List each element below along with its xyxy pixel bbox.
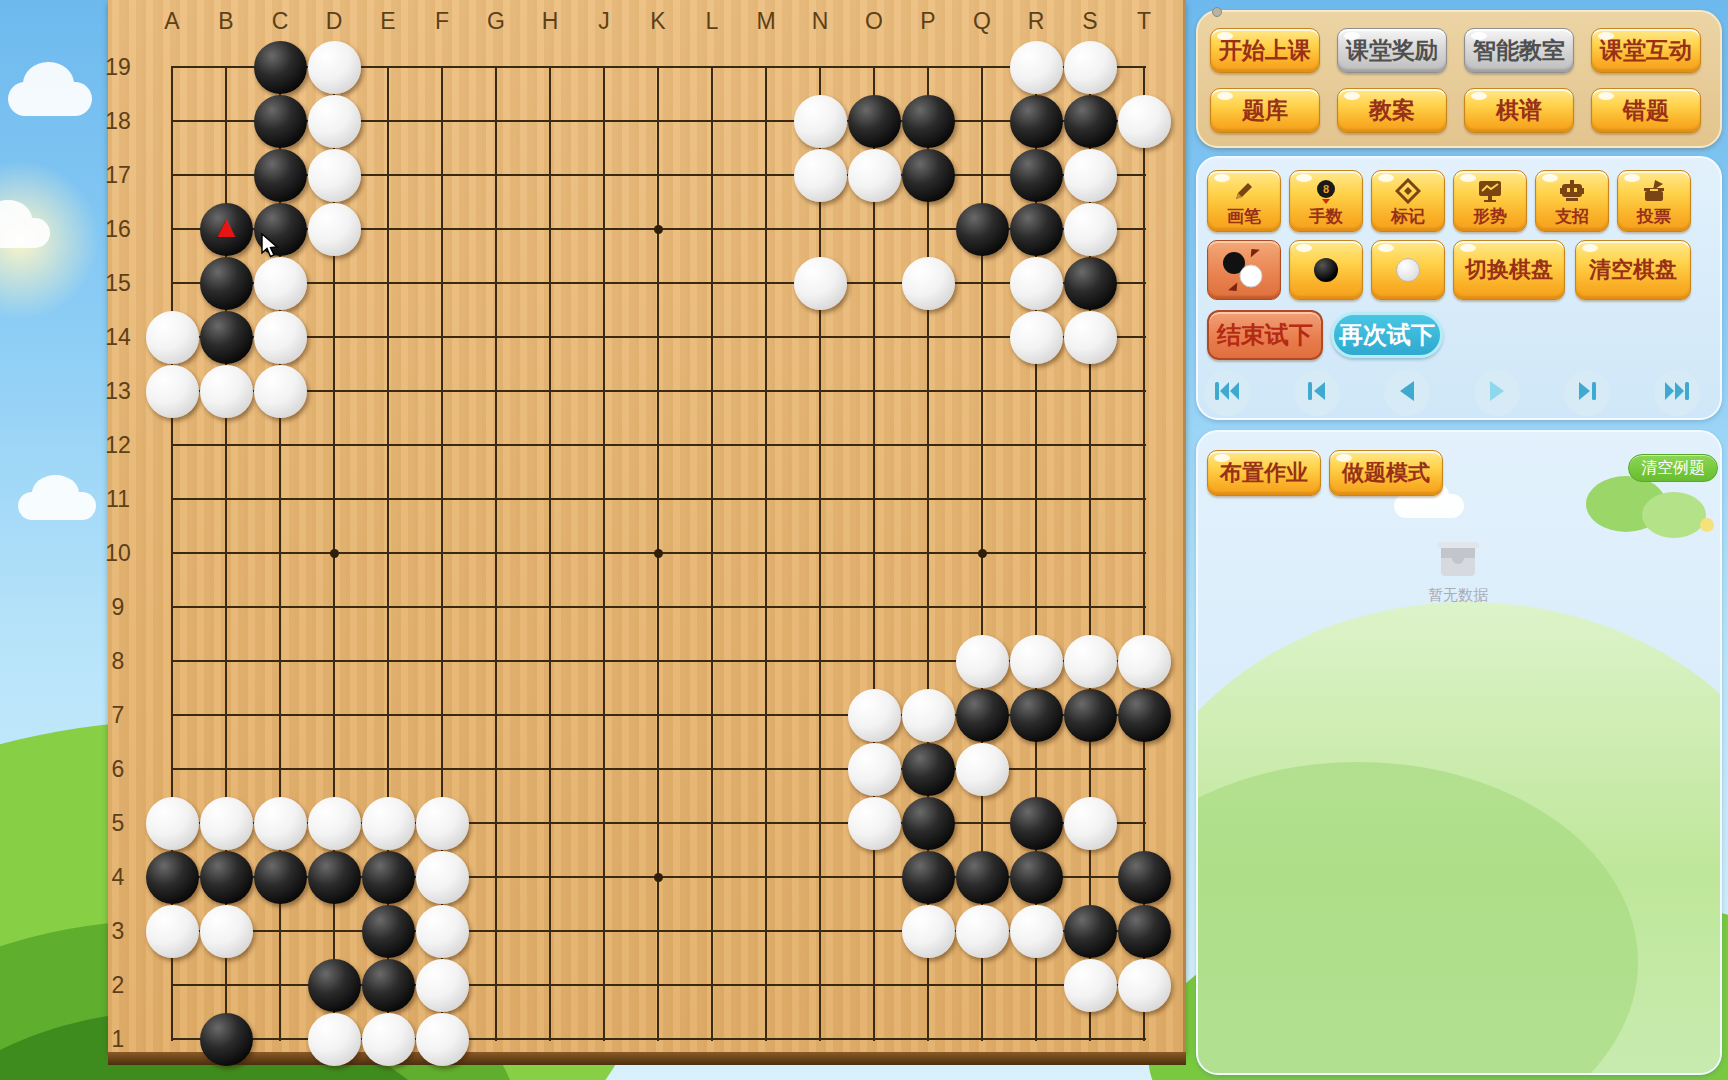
switch-board-button[interactable]: 切换棋盘 [1453, 240, 1565, 300]
skip-to-start-icon [1214, 380, 1240, 406]
white-stone-O5[interactable] [848, 797, 901, 850]
homework-card: 布置作业 做题模式 清空例题 暂无数据 [1196, 430, 1722, 1075]
empty-state: 暂无数据 [1408, 540, 1508, 605]
white-stone-B3[interactable] [200, 905, 253, 958]
black-stone-B4[interactable] [200, 851, 253, 904]
row-label-11: 11 [96, 486, 140, 513]
white-stone-F3[interactable] [416, 905, 469, 958]
move-number-icon: 8 [1313, 178, 1339, 204]
black-stone-E3[interactable] [362, 905, 415, 958]
tool-label: 支招 [1555, 205, 1589, 228]
star-point-K16 [654, 225, 663, 234]
column-label-R: R [1009, 8, 1063, 35]
tool-button-5[interactable]: 支招 [1535, 170, 1609, 232]
row-label-14: 14 [96, 324, 140, 351]
white-stone-N18[interactable] [794, 95, 847, 148]
vote-ballot-icon [1641, 178, 1667, 204]
white-stone-Q8[interactable] [956, 635, 1009, 688]
black-stone-C17[interactable] [254, 149, 307, 202]
black-stone-B16[interactable]: ▲ [200, 203, 253, 256]
white-stone-N15[interactable] [794, 257, 847, 310]
skip-to-end-icon [1664, 380, 1690, 406]
star-point-K10 [654, 549, 663, 558]
white-stone-D5[interactable] [308, 797, 361, 850]
column-label-K: K [631, 8, 685, 35]
column-label-C: C [253, 8, 307, 35]
svg-text:8: 8 [1323, 183, 1329, 195]
star-point-K4 [654, 873, 663, 882]
alternate-stones-icon [1218, 246, 1270, 294]
white-stone-B13[interactable] [200, 365, 253, 418]
white-stone-D1[interactable] [308, 1013, 361, 1066]
assign-homework-button[interactable]: 布置作业 [1207, 450, 1321, 496]
diamond-mark-icon [1395, 178, 1421, 204]
white-stone-C5[interactable] [254, 797, 307, 850]
white-stone-O17[interactable] [848, 149, 901, 202]
black-stone-P4[interactable] [902, 851, 955, 904]
column-label-O: O [847, 8, 901, 35]
black-stone-R17[interactable] [1010, 149, 1063, 202]
white-stone-icon [1396, 258, 1420, 282]
top-button-6[interactable]: 教案 [1337, 88, 1447, 133]
mouse-cursor [258, 233, 282, 259]
column-label-L: L [685, 8, 739, 35]
black-stone-S15[interactable] [1064, 257, 1117, 310]
cloud [0, 218, 50, 248]
black-stone-A4[interactable] [146, 851, 199, 904]
black-stone-E2[interactable] [362, 959, 415, 1012]
retry-trial-button[interactable]: 再次试下 [1331, 312, 1443, 358]
territory-chart-icon [1477, 178, 1503, 204]
row-label-2: 2 [96, 972, 140, 999]
play-forward-icon [1488, 380, 1506, 406]
white-stone-A13[interactable] [146, 365, 199, 418]
row-label-3: 3 [96, 918, 140, 945]
column-label-T: T [1117, 8, 1171, 35]
column-label-H: H [523, 8, 577, 35]
row-label-13: 13 [96, 378, 140, 405]
board-edge [108, 1052, 1186, 1065]
column-label-Q: Q [955, 8, 1009, 35]
black-stone-B14[interactable] [200, 311, 253, 364]
step-forward-button[interactable] [1564, 370, 1610, 416]
white-stone-D18[interactable] [308, 95, 361, 148]
cloud [8, 82, 92, 116]
row-label-18: 18 [96, 108, 140, 135]
stone-grid[interactable]: ▲ [145, 40, 1171, 1066]
white-stone-S19[interactable] [1064, 41, 1117, 94]
white-stone-P3[interactable] [902, 905, 955, 958]
empty-box-icon [1435, 540, 1481, 580]
white-stone-R14[interactable] [1010, 311, 1063, 364]
white-stone-D17[interactable] [308, 149, 361, 202]
tool-label: 投票 [1637, 205, 1671, 228]
white-stone-F1[interactable] [416, 1013, 469, 1066]
black-stone-R16[interactable] [1010, 203, 1063, 256]
tool-label: 标记 [1391, 205, 1425, 228]
bush [1642, 492, 1706, 538]
white-stone-O6[interactable] [848, 743, 901, 796]
column-label-D: D [307, 8, 361, 35]
white-stone-F2[interactable] [416, 959, 469, 1012]
black-stone-C4[interactable] [254, 851, 307, 904]
black-stone-B15[interactable] [200, 257, 253, 310]
board-tools-card: 画笔8手数标记形势支招投票 切换棋盘 清空棋盘 结束试下 再次试下 [1196, 156, 1722, 420]
black-stone-Q7[interactable] [956, 689, 1009, 742]
white-stone-C14[interactable] [254, 311, 307, 364]
top-button-4[interactable]: 课堂互动 [1591, 28, 1701, 73]
black-stone-D4[interactable] [308, 851, 361, 904]
white-stone-T8[interactable] [1118, 635, 1171, 688]
empty-text: 暂无数据 [1428, 586, 1488, 605]
column-label-M: M [739, 8, 793, 35]
black-stone-T3[interactable] [1118, 905, 1171, 958]
white-stone-C13[interactable] [254, 365, 307, 418]
cloud [18, 492, 96, 520]
white-stone-mode-button[interactable] [1371, 240, 1445, 300]
black-stone-icon [1314, 258, 1338, 282]
skip-to-end-button[interactable] [1654, 370, 1700, 416]
black-stone-O18[interactable] [848, 95, 901, 148]
tool-button-2[interactable]: 8手数 [1289, 170, 1363, 232]
white-stone-Q3[interactable] [956, 905, 1009, 958]
column-label-A: A [145, 8, 199, 35]
white-stone-S14[interactable] [1064, 311, 1117, 364]
white-stone-S2[interactable] [1064, 959, 1117, 1012]
white-stone-E5[interactable] [362, 797, 415, 850]
white-stone-C15[interactable] [254, 257, 307, 310]
black-stone-R4[interactable] [1010, 851, 1063, 904]
white-stone-S8[interactable] [1064, 635, 1117, 688]
column-label-F: F [415, 8, 469, 35]
column-label-N: N [793, 8, 847, 35]
tool-button-1[interactable]: 画笔 [1207, 170, 1281, 232]
row-label-7: 7 [96, 702, 140, 729]
black-stone-P6[interactable] [902, 743, 955, 796]
column-label-J: J [577, 8, 631, 35]
white-stone-A14[interactable] [146, 311, 199, 364]
skip-to-start-button[interactable] [1204, 370, 1250, 416]
black-stone-Q16[interactable] [956, 203, 1009, 256]
row-label-12: 12 [96, 432, 140, 459]
step-back-button[interactable] [1294, 370, 1340, 416]
white-stone-E1[interactable] [362, 1013, 415, 1066]
step-forward-icon [1577, 380, 1597, 406]
column-label-S: S [1063, 8, 1117, 35]
clear-board-button[interactable]: 清空棋盘 [1575, 240, 1691, 300]
tool-label: 形势 [1473, 205, 1507, 228]
white-stone-R3[interactable] [1010, 905, 1063, 958]
black-stone-S18[interactable] [1064, 95, 1117, 148]
black-stone-R5[interactable] [1010, 797, 1063, 850]
top-button-5[interactable]: 题库 [1210, 88, 1320, 133]
white-stone-D16[interactable] [308, 203, 361, 256]
black-stone-T7[interactable] [1118, 689, 1171, 742]
white-stone-F5[interactable] [416, 797, 469, 850]
column-label-E: E [361, 8, 415, 35]
black-stone-C19[interactable] [254, 41, 307, 94]
star-point-D10 [330, 549, 339, 558]
white-stone-N17[interactable] [794, 149, 847, 202]
black-stone-P18[interactable] [902, 95, 955, 148]
white-stone-Q6[interactable] [956, 743, 1009, 796]
top-button-2[interactable]: 课堂奖励 [1337, 28, 1447, 73]
top-button-8[interactable]: 错题 [1591, 88, 1701, 133]
black-stone-B1[interactable] [200, 1013, 253, 1066]
row-label-10: 10 [96, 540, 140, 567]
white-stone-A3[interactable] [146, 905, 199, 958]
clear-examples-button[interactable]: 清空例题 [1628, 454, 1718, 482]
black-stone-mode-button[interactable] [1289, 240, 1363, 300]
row-label-15: 15 [96, 270, 140, 297]
column-label-P: P [901, 8, 955, 35]
row-label-5: 5 [96, 810, 140, 837]
play-backward-icon [1398, 380, 1416, 406]
row-label-4: 4 [96, 864, 140, 891]
quiz-mode-button[interactable]: 做题模式 [1329, 450, 1443, 496]
row-label-1: 1 [96, 1026, 140, 1053]
white-stone-R19[interactable] [1010, 41, 1063, 94]
white-stone-B5[interactable] [200, 797, 253, 850]
row-label-9: 9 [96, 594, 140, 621]
white-stone-O7[interactable] [848, 689, 901, 742]
row-label-8: 8 [96, 648, 140, 675]
white-stone-R8[interactable] [1010, 635, 1063, 688]
cloud [1394, 494, 1464, 518]
top-button-1[interactable]: 开始上课 [1210, 28, 1320, 73]
step-back-icon [1307, 380, 1327, 406]
tool-button-4[interactable]: 形势 [1453, 170, 1527, 232]
column-label-B: B [199, 8, 253, 35]
column-labels: ABCDEFGHJKLMNOPQRST [145, 8, 1171, 35]
go-board[interactable]: ABCDEFGHJKLMNOPQRST 19181716151413121110… [108, 0, 1186, 1052]
white-stone-P7[interactable] [902, 689, 955, 742]
white-stone-R15[interactable] [1010, 257, 1063, 310]
play-forward-button[interactable] [1474, 370, 1520, 416]
white-stone-T2[interactable] [1118, 959, 1171, 1012]
white-stone-T18[interactable] [1118, 95, 1171, 148]
bush-dot [1700, 518, 1714, 532]
top-button-7[interactable]: 棋谱 [1464, 88, 1574, 133]
black-stone-Q4[interactable] [956, 851, 1009, 904]
black-stone-T4[interactable] [1118, 851, 1171, 904]
row-label-19: 19 [96, 54, 140, 81]
tool-label: 手数 [1309, 205, 1343, 228]
pencil-icon [1232, 178, 1256, 204]
class-control-card: 开始上课课堂奖励智能教室课堂互动 题库教案棋谱错题 [1196, 10, 1722, 148]
row-labels: 19181716151413121110987654321 [96, 40, 140, 1066]
row-label-16: 16 [96, 216, 140, 243]
white-stone-S17[interactable] [1064, 149, 1117, 202]
top-button-3[interactable]: 智能教室 [1464, 28, 1574, 73]
tool-button-3[interactable]: 标记 [1371, 170, 1445, 232]
black-stone-P17[interactable] [902, 149, 955, 202]
black-stone-R7[interactable] [1010, 689, 1063, 742]
tool-label: 画笔 [1227, 205, 1261, 228]
white-stone-S16[interactable] [1064, 203, 1117, 256]
black-stone-S3[interactable] [1064, 905, 1117, 958]
column-label-G: G [469, 8, 523, 35]
white-stone-D19[interactable] [308, 41, 361, 94]
star-point-Q10 [978, 549, 987, 558]
white-stone-P15[interactable] [902, 257, 955, 310]
hint-robot-icon [1559, 178, 1585, 204]
black-stone-D2[interactable] [308, 959, 361, 1012]
row-label-6: 6 [96, 756, 140, 783]
end-trial-button[interactable]: 结束试下 [1207, 310, 1323, 360]
black-stone-E4[interactable] [362, 851, 415, 904]
white-stone-A5[interactable] [146, 797, 199, 850]
row-label-17: 17 [96, 162, 140, 189]
card-knob [1212, 7, 1222, 17]
alternate-stone-mode-button[interactable] [1207, 240, 1281, 300]
white-stone-F4[interactable] [416, 851, 469, 904]
black-stone-S7[interactable] [1064, 689, 1117, 742]
play-backward-button[interactable] [1384, 370, 1430, 416]
black-stone-C18[interactable] [254, 95, 307, 148]
tool-button-6[interactable]: 投票 [1617, 170, 1691, 232]
black-stone-R18[interactable] [1010, 95, 1063, 148]
triangle-marker: ▲ [200, 201, 253, 254]
white-stone-S5[interactable] [1064, 797, 1117, 850]
black-stone-P5[interactable] [902, 797, 955, 850]
